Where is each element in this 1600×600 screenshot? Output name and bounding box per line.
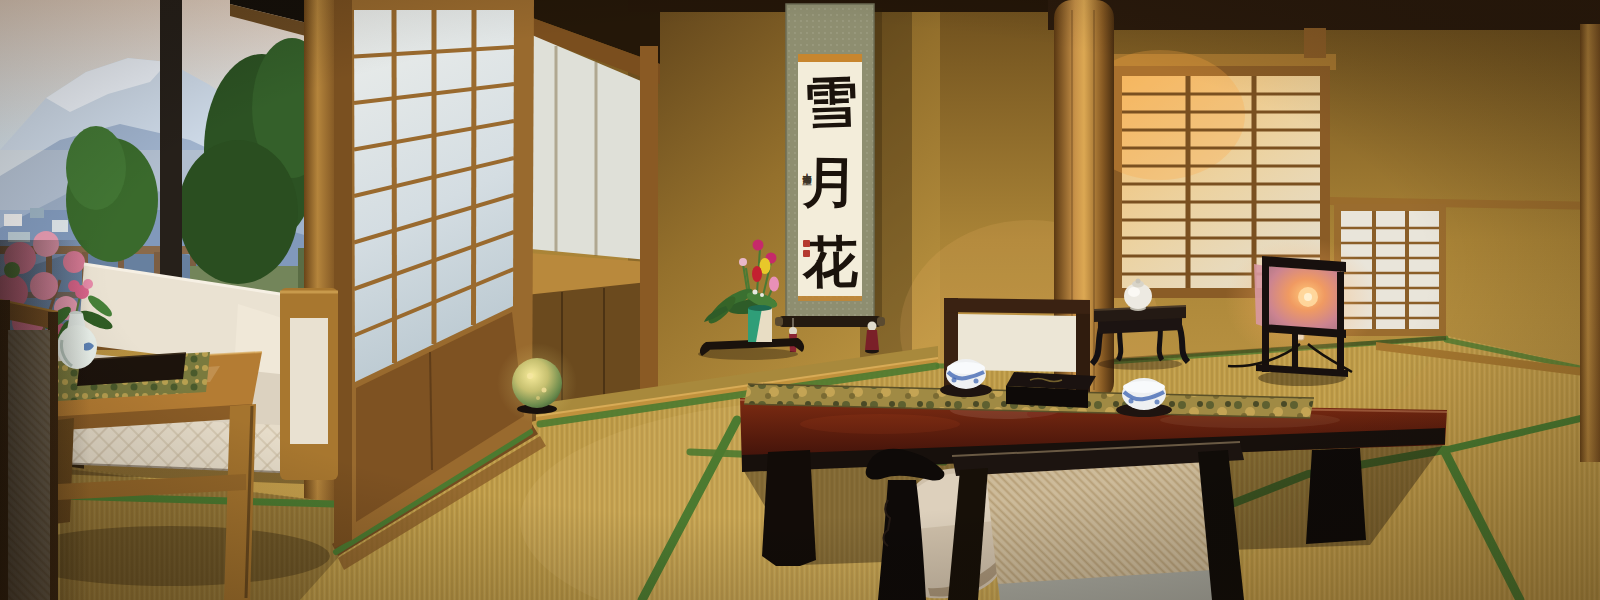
- scroll-char-snow: 雪: [801, 64, 859, 140]
- ryokan-room-photo: 雪 月 花 大山海堂: [0, 0, 1600, 600]
- artist-seal-2: [803, 250, 810, 257]
- scroll-signature: 大山海堂: [801, 166, 813, 236]
- artist-seal-1: [803, 240, 810, 247]
